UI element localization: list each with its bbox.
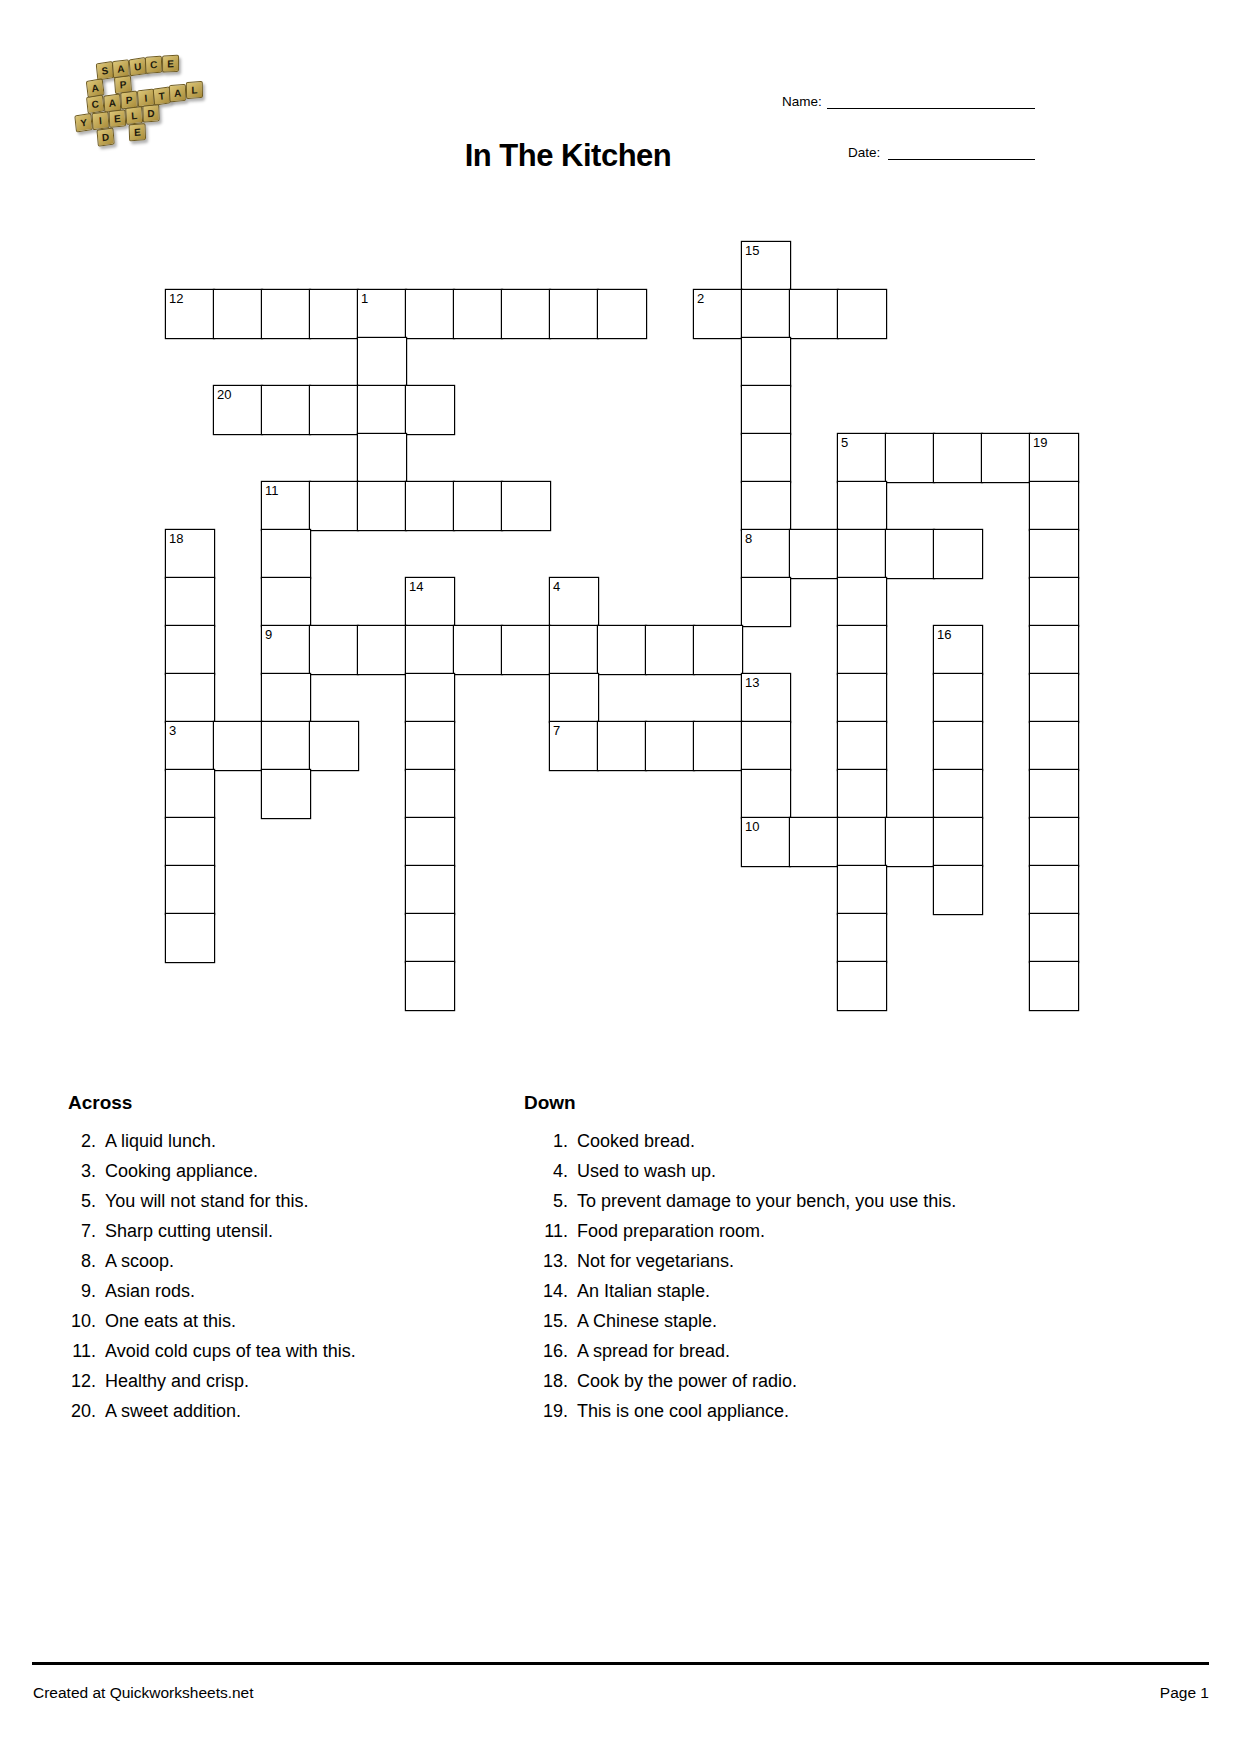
across-clue-5: 5.You will not stand for this. <box>52 1186 356 1216</box>
clue-num-label: 3. <box>52 1156 96 1186</box>
grid-cell-r10c15[interactable] <box>838 674 886 722</box>
grid-cell-r2c9[interactable] <box>550 290 598 338</box>
footer-credit: Created at Quickworksheets.net <box>33 1684 254 1702</box>
grid-cell-r11c1[interactable]: 3 <box>166 722 214 770</box>
clue-number-11: 11 <box>265 483 279 498</box>
grid-cell-r16c19[interactable] <box>1030 962 1078 1010</box>
grid-cell-r9c19[interactable] <box>1030 626 1078 674</box>
grid-cell-r8c1[interactable] <box>166 578 214 626</box>
across-clue-12: 12.Healthy and crisp. <box>52 1366 356 1396</box>
grid-cell-r5c19[interactable]: 19 <box>1030 434 1078 482</box>
grid-cell-r7c16[interactable] <box>886 530 934 578</box>
grid-cell-r14c1[interactable] <box>166 866 214 914</box>
grid-cell-r14c19[interactable] <box>1030 866 1078 914</box>
clue-text: You will not stand for this. <box>105 1186 308 1216</box>
down-clue-19: 19.This is one cool appliance. <box>524 1396 956 1426</box>
grid-cell-r6c19[interactable] <box>1030 482 1078 530</box>
grid-cell-r11c19[interactable] <box>1030 722 1078 770</box>
clue-num-label: 19. <box>524 1396 568 1426</box>
grid-cell-r14c17[interactable] <box>934 866 982 914</box>
clue-number-5: 5 <box>841 435 848 450</box>
clue-text: A scoop. <box>105 1246 174 1276</box>
across-clues-section: Across 2.A liquid lunch.3.Cooking applia… <box>52 1092 356 1426</box>
clue-number-18: 18 <box>169 531 183 546</box>
clue-num-label: 1. <box>524 1126 568 1156</box>
across-clue-10: 10.One eats at this. <box>52 1306 356 1336</box>
logo-tile-I: I <box>91 111 109 130</box>
grid-cell-r12c15[interactable] <box>838 770 886 818</box>
grid-cell-r9c12[interactable] <box>694 626 742 674</box>
logo-tile-D: D <box>142 104 160 123</box>
grid-cell-r8c19[interactable] <box>1030 578 1078 626</box>
grid-cell-r5c5[interactable] <box>358 434 406 482</box>
grid-cell-r11c4[interactable] <box>310 722 358 770</box>
clue-text: One eats at this. <box>105 1306 236 1336</box>
grid-cell-r6c15[interactable] <box>838 482 886 530</box>
clue-text: Asian rods. <box>105 1276 195 1306</box>
clue-text: Cooking appliance. <box>105 1156 258 1186</box>
name-input-line[interactable] <box>827 107 1035 109</box>
grid-cell-r2c13[interactable] <box>742 290 790 338</box>
logo-tile-E: E <box>129 123 147 142</box>
across-clue-8: 8.A scoop. <box>52 1246 356 1276</box>
grid-cell-r8c9[interactable]: 4 <box>550 578 598 626</box>
clue-text: An Italian staple. <box>577 1276 710 1306</box>
grid-cell-r5c15[interactable]: 5 <box>838 434 886 482</box>
grid-cell-r10c3[interactable] <box>262 674 310 722</box>
down-clue-15: 15.A Chinese staple. <box>524 1306 956 1336</box>
clue-text: A sweet addition. <box>105 1396 241 1426</box>
across-list: 2.A liquid lunch.3.Cooking appliance.5.Y… <box>52 1126 356 1426</box>
clue-text: To prevent damage to your bench, you use… <box>577 1186 956 1216</box>
clue-number-7: 7 <box>553 723 560 738</box>
grid-cell-r2c14[interactable] <box>790 290 838 338</box>
grid-cell-r5c16[interactable] <box>886 434 934 482</box>
clue-text: Cooked bread. <box>577 1126 695 1156</box>
date-label: Date: <box>848 145 880 160</box>
grid-cell-r6c7[interactable] <box>454 482 502 530</box>
clue-num-label: 4. <box>524 1156 568 1186</box>
grid-cell-r16c6[interactable] <box>406 962 454 1010</box>
clue-text: Sharp cutting utensil. <box>105 1216 273 1246</box>
grid-cell-r5c17[interactable] <box>934 434 982 482</box>
footer-page-number: Page 1 <box>1160 1684 1209 1702</box>
quickworksheets-logo: SAUCEAPCAPITALYIELDDE <box>71 50 213 162</box>
clue-num-label: 5. <box>52 1186 96 1216</box>
grid-cell-r2c3[interactable] <box>262 290 310 338</box>
grid-cell-r9c11[interactable] <box>646 626 694 674</box>
clue-number-13: 13 <box>745 675 759 690</box>
across-clue-11: 11.Avoid cold cups of tea with this. <box>52 1336 356 1366</box>
clue-number-9: 9 <box>265 627 272 642</box>
grid-cell-r7c3[interactable] <box>262 530 310 578</box>
grid-cell-r15c6[interactable] <box>406 914 454 962</box>
across-clue-9: 9.Asian rods. <box>52 1276 356 1306</box>
clue-num-label: 13. <box>524 1246 568 1276</box>
down-clue-11: 11.Food preparation room. <box>524 1216 956 1246</box>
grid-cell-r6c5[interactable] <box>358 482 406 530</box>
clue-num-label: 12. <box>52 1366 96 1396</box>
grid-cell-r15c19[interactable] <box>1030 914 1078 962</box>
clue-num-label: 7. <box>52 1216 96 1246</box>
grid-cell-r11c17[interactable] <box>934 722 982 770</box>
logo-tile-C: C <box>145 56 163 75</box>
grid-cell-r11c6[interactable] <box>406 722 454 770</box>
logo-tile-E: E <box>108 109 126 128</box>
grid-cell-r12c1[interactable] <box>166 770 214 818</box>
grid-cell-r13c19[interactable] <box>1030 818 1078 866</box>
grid-cell-r11c13[interactable] <box>742 722 790 770</box>
grid-cell-r10c19[interactable] <box>1030 674 1078 722</box>
grid-cell-r10c6[interactable] <box>406 674 454 722</box>
down-clue-13: 13.Not for vegetarians. <box>524 1246 956 1276</box>
down-clue-4: 4.Used to wash up. <box>524 1156 956 1186</box>
clue-number-16: 16 <box>937 627 951 642</box>
clue-number-1: 1 <box>361 291 368 306</box>
clue-number-12: 12 <box>169 291 183 306</box>
grid-cell-r12c3[interactable] <box>262 770 310 818</box>
grid-cell-r15c15[interactable] <box>838 914 886 962</box>
logo-tile-D: D <box>96 127 114 146</box>
down-clue-1: 1.Cooked bread. <box>524 1126 956 1156</box>
grid-cell-r14c6[interactable] <box>406 866 454 914</box>
clue-num-label: 20. <box>52 1396 96 1426</box>
grid-cell-r1c13[interactable]: 15 <box>742 242 790 290</box>
down-clue-16: 16.A spread for bread. <box>524 1336 956 1366</box>
grid-cell-r2c6[interactable] <box>406 290 454 338</box>
grid-cell-r8c6[interactable]: 14 <box>406 578 454 626</box>
grid-cell-r4c13[interactable] <box>742 386 790 434</box>
grid-cell-r8c13[interactable] <box>742 578 790 626</box>
clue-number-8: 8 <box>745 531 752 546</box>
grid-cell-r4c2[interactable]: 20 <box>214 386 262 434</box>
date-input-line[interactable] <box>888 158 1035 160</box>
grid-cell-r2c4[interactable] <box>310 290 358 338</box>
clue-num-label: 10. <box>52 1306 96 1336</box>
clue-number-20: 20 <box>217 387 231 402</box>
grid-cell-r4c3[interactable] <box>262 386 310 434</box>
grid-cell-r2c7[interactable] <box>454 290 502 338</box>
grid-cell-r9c6[interactable] <box>406 626 454 674</box>
grid-cell-r2c2[interactable] <box>214 290 262 338</box>
down-clues-section: Down 1.Cooked bread.4.Used to wash up.5.… <box>524 1092 956 1426</box>
grid-cell-r12c17[interactable] <box>934 770 982 818</box>
clue-text: Avoid cold cups of tea with this. <box>105 1336 356 1366</box>
grid-cell-r9c10[interactable] <box>598 626 646 674</box>
grid-cell-r2c8[interactable] <box>502 290 550 338</box>
clue-number-4: 4 <box>553 579 560 594</box>
grid-cell-r10c1[interactable] <box>166 674 214 722</box>
clue-text: Healthy and crisp. <box>105 1366 249 1396</box>
grid-cell-r2c5[interactable]: 1 <box>358 290 406 338</box>
grid-cell-r7c17[interactable] <box>934 530 982 578</box>
grid-cell-r9c5[interactable] <box>358 626 406 674</box>
clue-number-3: 3 <box>169 723 176 738</box>
grid-cell-r5c18[interactable] <box>982 434 1030 482</box>
grid-cell-r13c15[interactable] <box>838 818 886 866</box>
grid-cell-r9c1[interactable] <box>166 626 214 674</box>
clue-text: A spread for bread. <box>577 1336 730 1366</box>
grid-cell-r12c13[interactable] <box>742 770 790 818</box>
crossword-grid: 1512122051911188144916133710 <box>166 242 1078 1010</box>
clue-num-label: 14. <box>524 1276 568 1306</box>
grid-cell-r5c13[interactable] <box>742 434 790 482</box>
across-clue-2: 2.A liquid lunch. <box>52 1126 356 1156</box>
grid-cell-r11c3[interactable] <box>262 722 310 770</box>
clue-num-label: 5. <box>524 1186 568 1216</box>
grid-cell-r11c12[interactable] <box>694 722 742 770</box>
clue-num-label: 11. <box>524 1216 568 1246</box>
grid-cell-r9c3[interactable]: 9 <box>262 626 310 674</box>
logo-tile-L: L <box>186 81 203 99</box>
grid-cell-r7c13[interactable]: 8 <box>742 530 790 578</box>
grid-cell-r11c15[interactable] <box>838 722 886 770</box>
grid-cell-r13c14[interactable] <box>790 818 838 866</box>
down-clue-5: 5.To prevent damage to your bench, you u… <box>524 1186 956 1216</box>
clue-number-10: 10 <box>745 819 759 834</box>
grid-cell-r2c1[interactable]: 12 <box>166 290 214 338</box>
clue-text: Used to wash up. <box>577 1156 716 1186</box>
grid-cell-r8c15[interactable] <box>838 578 886 626</box>
grid-cell-r9c8[interactable] <box>502 626 550 674</box>
grid-cell-r6c8[interactable] <box>502 482 550 530</box>
grid-cell-r3c13[interactable] <box>742 338 790 386</box>
clue-num-label: 9. <box>52 1276 96 1306</box>
grid-cell-r9c9[interactable] <box>550 626 598 674</box>
grid-cell-r4c6[interactable] <box>406 386 454 434</box>
grid-cell-r14c15[interactable] <box>838 866 886 914</box>
clue-num-label: 15. <box>524 1306 568 1336</box>
grid-cell-r16c15[interactable] <box>838 962 886 1010</box>
grid-cell-r4c5[interactable] <box>358 386 406 434</box>
logo-tile-E: E <box>162 55 179 73</box>
across-heading: Across <box>52 1092 356 1114</box>
logo-tile-U: U <box>128 57 146 76</box>
grid-cell-r13c13[interactable]: 10 <box>742 818 790 866</box>
clue-text: Food preparation room. <box>577 1216 765 1246</box>
down-heading: Down <box>524 1092 956 1114</box>
grid-cell-r6c4[interactable] <box>310 482 358 530</box>
grid-cell-r12c19[interactable] <box>1030 770 1078 818</box>
footer-divider <box>32 1662 1209 1665</box>
clue-num-label: 16. <box>524 1336 568 1366</box>
clue-num-label: 11. <box>52 1336 96 1366</box>
grid-cell-r11c11[interactable] <box>646 722 694 770</box>
grid-cell-r8c3[interactable] <box>262 578 310 626</box>
grid-cell-r6c6[interactable] <box>406 482 454 530</box>
grid-cell-r12c6[interactable] <box>406 770 454 818</box>
grid-cell-r10c13[interactable]: 13 <box>742 674 790 722</box>
grid-cell-r9c4[interactable] <box>310 626 358 674</box>
across-clue-20: 20.A sweet addition. <box>52 1396 356 1426</box>
grid-cell-r6c3[interactable]: 11 <box>262 482 310 530</box>
grid-cell-r4c4[interactable] <box>310 386 358 434</box>
down-clue-14: 14.An Italian staple. <box>524 1276 956 1306</box>
clue-text: A liquid lunch. <box>105 1126 216 1156</box>
clue-num-label: 8. <box>52 1246 96 1276</box>
logo-tile-A: A <box>169 84 187 103</box>
down-clue-18: 18.Cook by the power of radio. <box>524 1366 956 1396</box>
clue-num-label: 18. <box>524 1366 568 1396</box>
across-clue-3: 3.Cooking appliance. <box>52 1156 356 1186</box>
grid-cell-r2c15[interactable] <box>838 290 886 338</box>
grid-cell-r6c13[interactable] <box>742 482 790 530</box>
page-title: In The Kitchen <box>388 138 748 174</box>
clue-text: A Chinese staple. <box>577 1306 717 1336</box>
grid-cell-r13c16[interactable] <box>886 818 934 866</box>
worksheet-page: SAUCEAPCAPITALYIELDDE In The Kitchen Nam… <box>0 0 1240 1753</box>
clue-num-label: 2. <box>52 1126 96 1156</box>
across-clue-7: 7.Sharp cutting utensil. <box>52 1216 356 1246</box>
clue-number-15: 15 <box>745 243 759 258</box>
grid-cell-r10c9[interactable] <box>550 674 598 722</box>
grid-cell-r2c10[interactable] <box>598 290 646 338</box>
grid-cell-r7c19[interactable] <box>1030 530 1078 578</box>
grid-cell-r9c17[interactable]: 16 <box>934 626 982 674</box>
grid-cell-r2c12[interactable]: 2 <box>694 290 742 338</box>
clue-text: Not for vegetarians. <box>577 1246 734 1276</box>
clue-number-2: 2 <box>697 291 704 306</box>
grid-cell-r11c9[interactable]: 7 <box>550 722 598 770</box>
grid-cell-r10c17[interactable] <box>934 674 982 722</box>
clue-text: Cook by the power of radio. <box>577 1366 797 1396</box>
grid-cell-r11c10[interactable] <box>598 722 646 770</box>
down-list: 1.Cooked bread.4.Used to wash up.5.To pr… <box>524 1126 956 1426</box>
clue-text: This is one cool appliance. <box>577 1396 789 1426</box>
grid-cell-r3c5[interactable] <box>358 338 406 386</box>
grid-cell-r9c15[interactable] <box>838 626 886 674</box>
grid-cell-r7c1[interactable]: 18 <box>166 530 214 578</box>
clue-number-14: 14 <box>409 579 423 594</box>
clue-number-19: 19 <box>1033 435 1047 450</box>
grid-cell-r7c14[interactable] <box>790 530 838 578</box>
name-label: Name: <box>782 94 822 109</box>
grid-cell-r13c1[interactable] <box>166 818 214 866</box>
grid-cell-r13c6[interactable] <box>406 818 454 866</box>
grid-cell-r7c15[interactable] <box>838 530 886 578</box>
grid-cell-r13c17[interactable] <box>934 818 982 866</box>
grid-cell-r15c1[interactable] <box>166 914 214 962</box>
logo-tile-Y: Y <box>74 113 93 133</box>
grid-cell-r9c7[interactable] <box>454 626 502 674</box>
grid-cell-r11c2[interactable] <box>214 722 262 770</box>
